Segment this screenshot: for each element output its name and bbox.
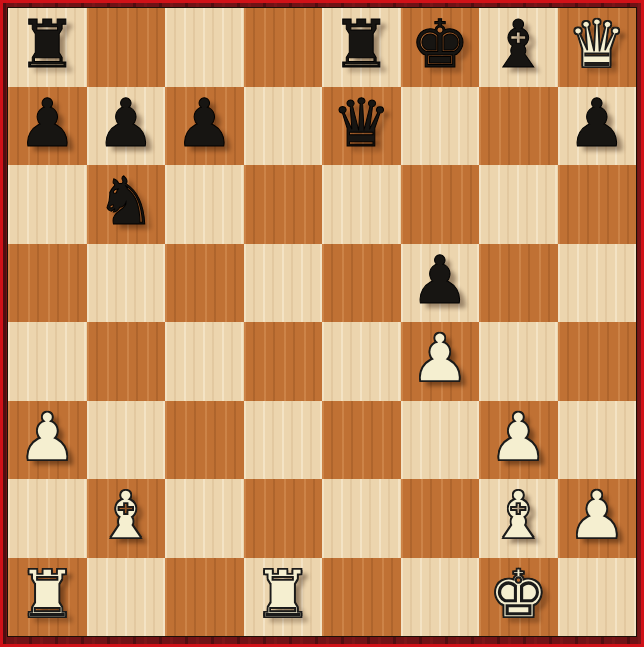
piece-white-pawn[interactable]: ♟ xyxy=(489,405,548,471)
square-c4[interactable] xyxy=(165,322,244,401)
square-c5[interactable] xyxy=(165,244,244,323)
square-d4[interactable] xyxy=(244,322,323,401)
piece-white-rook[interactable]: ♜ xyxy=(18,562,77,628)
square-c8[interactable] xyxy=(165,8,244,87)
piece-black-rook[interactable]: ♜ xyxy=(332,12,391,78)
square-h8[interactable]: ♛ xyxy=(558,8,637,87)
square-e3[interactable] xyxy=(322,401,401,480)
square-d6[interactable] xyxy=(244,165,323,244)
square-e5[interactable] xyxy=(322,244,401,323)
square-f8[interactable]: ♚ xyxy=(401,8,480,87)
piece-white-pawn[interactable]: ♟ xyxy=(410,326,469,392)
piece-white-bishop[interactable]: ♝ xyxy=(96,483,155,549)
square-e8[interactable]: ♜ xyxy=(322,8,401,87)
square-a1[interactable]: ♜ xyxy=(8,558,87,637)
piece-black-rook[interactable]: ♜ xyxy=(18,12,77,78)
square-h1[interactable] xyxy=(558,558,637,637)
piece-white-bishop[interactable]: ♝ xyxy=(489,483,548,549)
square-f6[interactable] xyxy=(401,165,480,244)
piece-white-pawn[interactable]: ♟ xyxy=(567,483,626,549)
square-c2[interactable] xyxy=(165,479,244,558)
square-b7[interactable]: ♟ xyxy=(87,87,166,166)
square-c7[interactable]: ♟ xyxy=(165,87,244,166)
square-f2[interactable] xyxy=(401,479,480,558)
square-a6[interactable] xyxy=(8,165,87,244)
square-g7[interactable] xyxy=(479,87,558,166)
square-h3[interactable] xyxy=(558,401,637,480)
piece-black-queen[interactable]: ♛ xyxy=(332,91,391,157)
piece-black-pawn[interactable]: ♟ xyxy=(96,91,155,157)
square-d3[interactable] xyxy=(244,401,323,480)
piece-white-rook[interactable]: ♜ xyxy=(253,562,312,628)
square-d1[interactable]: ♜ xyxy=(244,558,323,637)
square-g4[interactable] xyxy=(479,322,558,401)
square-d8[interactable] xyxy=(244,8,323,87)
square-f4[interactable]: ♟ xyxy=(401,322,480,401)
piece-black-pawn[interactable]: ♟ xyxy=(175,91,234,157)
square-b3[interactable] xyxy=(87,401,166,480)
piece-white-queen[interactable]: ♛ xyxy=(567,12,626,78)
square-a7[interactable]: ♟ xyxy=(8,87,87,166)
square-b8[interactable] xyxy=(87,8,166,87)
square-f5[interactable]: ♟ xyxy=(401,244,480,323)
square-e7[interactable]: ♛ xyxy=(322,87,401,166)
square-d5[interactable] xyxy=(244,244,323,323)
square-h5[interactable] xyxy=(558,244,637,323)
square-a4[interactable] xyxy=(8,322,87,401)
piece-black-bishop[interactable]: ♝ xyxy=(489,12,548,78)
square-h6[interactable] xyxy=(558,165,637,244)
piece-white-king[interactable]: ♚ xyxy=(489,562,548,628)
square-b4[interactable] xyxy=(87,322,166,401)
square-e2[interactable] xyxy=(322,479,401,558)
square-f7[interactable] xyxy=(401,87,480,166)
square-g5[interactable] xyxy=(479,244,558,323)
piece-black-knight[interactable]: ♞ xyxy=(96,169,155,235)
square-g6[interactable] xyxy=(479,165,558,244)
piece-black-pawn[interactable]: ♟ xyxy=(567,91,626,157)
square-e1[interactable] xyxy=(322,558,401,637)
square-b5[interactable] xyxy=(87,244,166,323)
square-d7[interactable] xyxy=(244,87,323,166)
square-h7[interactable]: ♟ xyxy=(558,87,637,166)
square-a8[interactable]: ♜ xyxy=(8,8,87,87)
square-c3[interactable] xyxy=(165,401,244,480)
square-e6[interactable] xyxy=(322,165,401,244)
piece-black-pawn[interactable]: ♟ xyxy=(18,91,77,157)
square-g1[interactable]: ♚ xyxy=(479,558,558,637)
square-a3[interactable]: ♟ xyxy=(8,401,87,480)
piece-white-pawn[interactable]: ♟ xyxy=(18,405,77,471)
square-f3[interactable] xyxy=(401,401,480,480)
square-g2[interactable]: ♝ xyxy=(479,479,558,558)
square-a2[interactable] xyxy=(8,479,87,558)
piece-black-pawn[interactable]: ♟ xyxy=(410,248,469,314)
page: { "game": "chess", "board_orientation": … xyxy=(0,0,644,647)
board-frame: ♜♜♚♝♛♟♟♟♛♟♞♟♟♟♟♝♝♟♜♜♚ xyxy=(0,0,644,647)
square-b1[interactable] xyxy=(87,558,166,637)
square-g8[interactable]: ♝ xyxy=(479,8,558,87)
square-c6[interactable] xyxy=(165,165,244,244)
chess-board: ♜♜♚♝♛♟♟♟♛♟♞♟♟♟♟♝♝♟♜♜♚ xyxy=(7,7,637,637)
square-e4[interactable] xyxy=(322,322,401,401)
piece-black-king[interactable]: ♚ xyxy=(410,12,469,78)
square-h4[interactable] xyxy=(558,322,637,401)
square-f1[interactable] xyxy=(401,558,480,637)
square-g3[interactable]: ♟ xyxy=(479,401,558,480)
square-h2[interactable]: ♟ xyxy=(558,479,637,558)
square-d2[interactable] xyxy=(244,479,323,558)
square-b2[interactable]: ♝ xyxy=(87,479,166,558)
square-a5[interactable] xyxy=(8,244,87,323)
square-b6[interactable]: ♞ xyxy=(87,165,166,244)
square-c1[interactable] xyxy=(165,558,244,637)
